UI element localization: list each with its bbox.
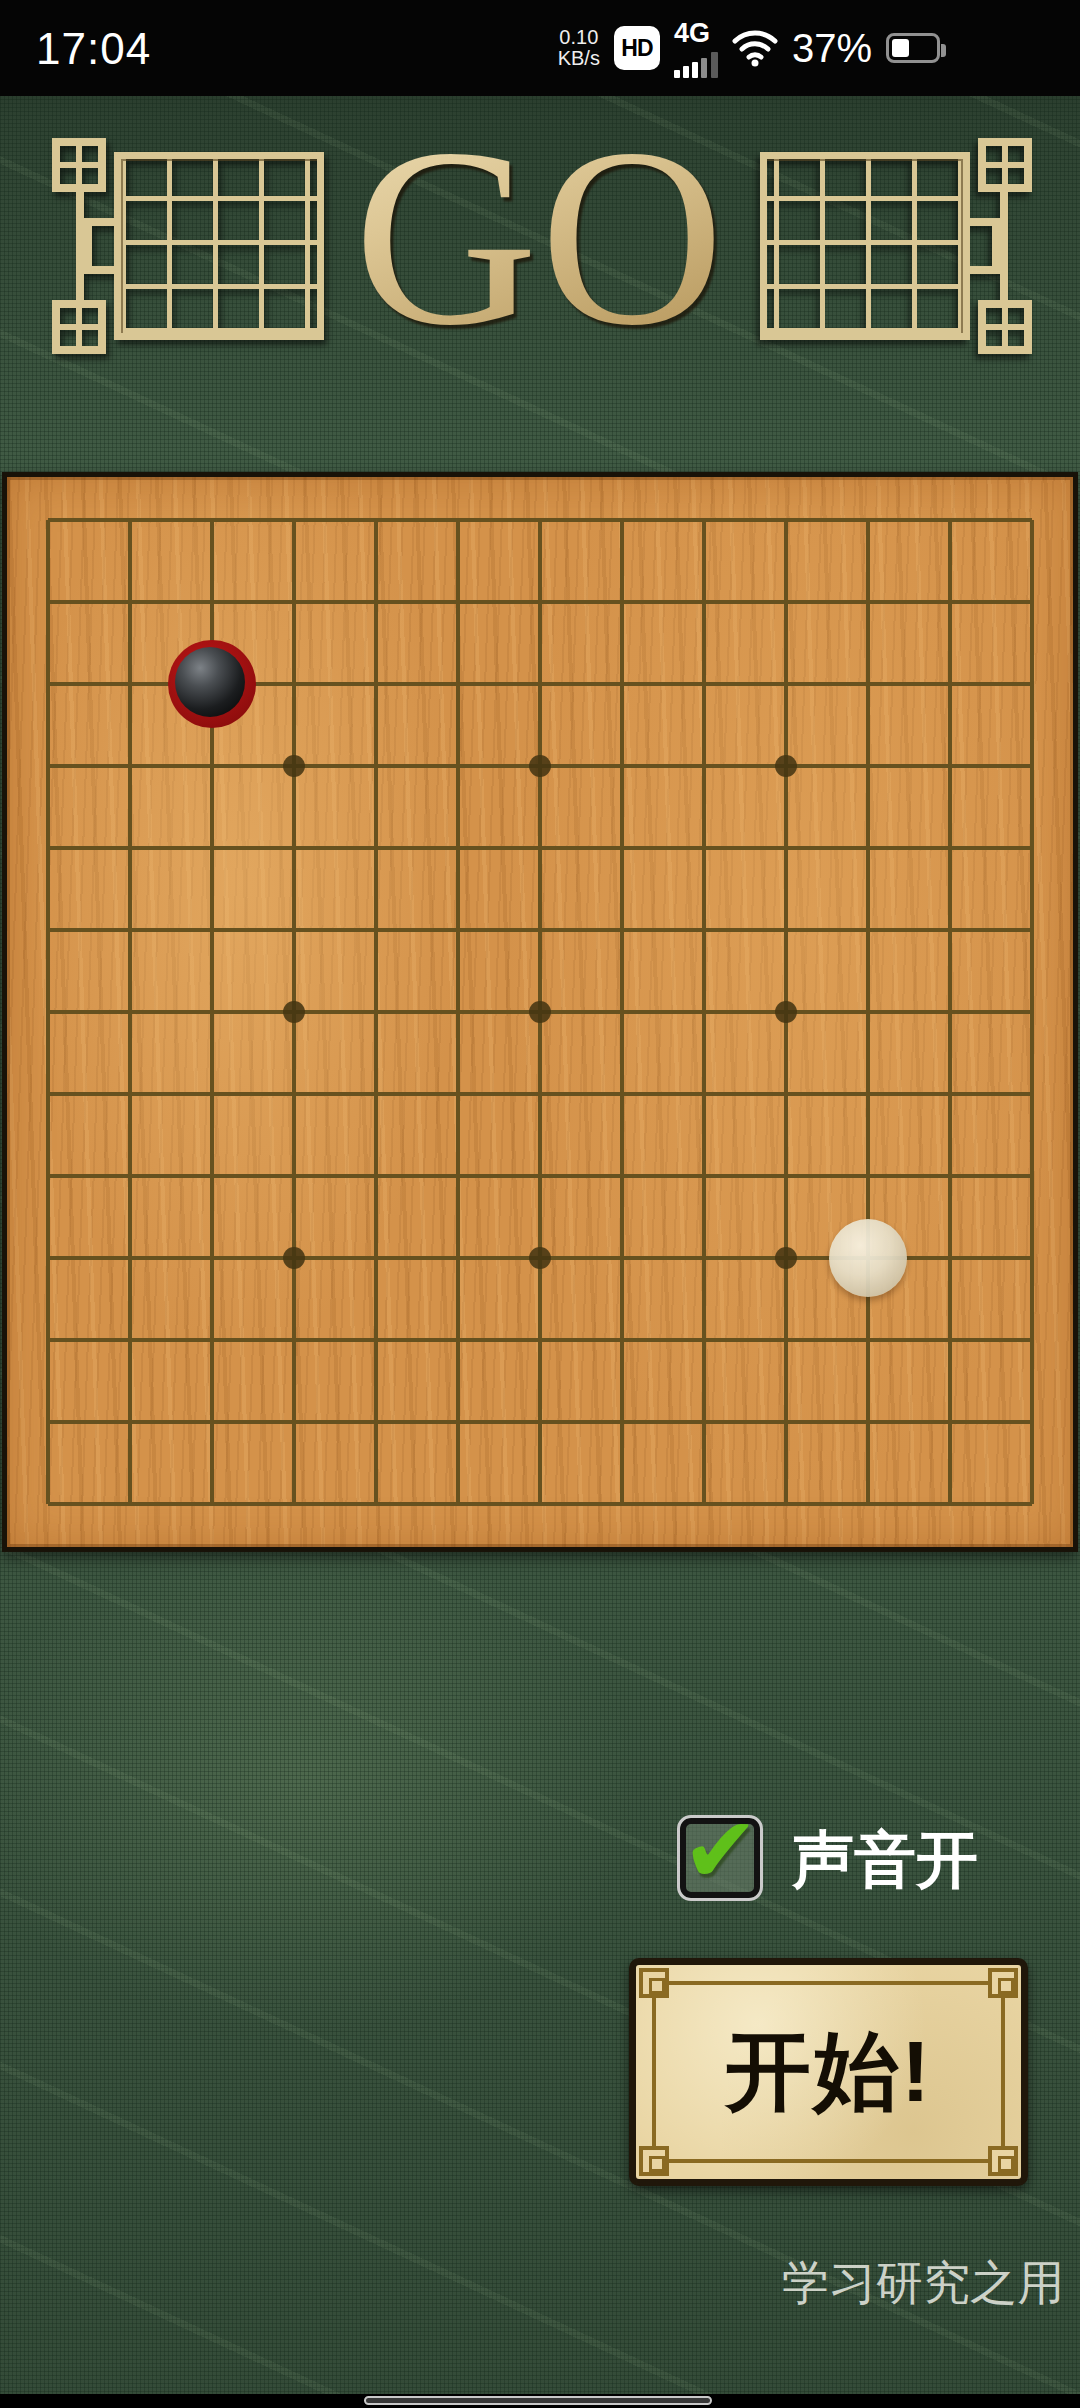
board-cell[interactable] [335, 1135, 417, 1217]
network-type-label: 4G [674, 18, 710, 49]
board-cell[interactable] [335, 561, 417, 643]
board-cell[interactable] [417, 1135, 499, 1217]
clock: 17:04 [36, 24, 151, 74]
board-cell[interactable] [89, 807, 171, 889]
board-cell[interactable] [89, 643, 171, 725]
signal-bars-icon [674, 58, 707, 78]
board-cell[interactable] [581, 889, 663, 971]
board-cell[interactable] [991, 1463, 1073, 1545]
board-cell[interactable] [171, 1135, 253, 1217]
star-point [283, 1247, 305, 1269]
board-cell[interactable] [7, 971, 89, 1053]
board-cell[interactable] [827, 807, 909, 889]
board-cell[interactable] [7, 1135, 89, 1217]
board-cell[interactable] [499, 1381, 581, 1463]
board-cell[interactable] [7, 1463, 89, 1545]
board-cell[interactable] [171, 1463, 253, 1545]
board-cell[interactable] [991, 971, 1073, 1053]
board-cell[interactable] [909, 725, 991, 807]
board-cell[interactable] [909, 971, 991, 1053]
board-cell[interactable] [909, 561, 991, 643]
board-cell[interactable] [335, 807, 417, 889]
board-cell[interactable] [253, 1217, 335, 1299]
go-board-grid [7, 479, 1073, 1545]
board-cell[interactable] [499, 1217, 581, 1299]
board-cell[interactable] [745, 1299, 827, 1381]
board-cell[interactable] [663, 1381, 745, 1463]
board-cell[interactable] [335, 1299, 417, 1381]
board-cell[interactable] [663, 643, 745, 725]
board-cell[interactable] [171, 1053, 253, 1135]
board-cell[interactable] [663, 889, 745, 971]
board-cell[interactable] [89, 1299, 171, 1381]
star-point [775, 755, 797, 777]
board-cell[interactable] [417, 561, 499, 643]
board-cell[interactable] [745, 1463, 827, 1545]
board-cell[interactable] [745, 725, 827, 807]
board-cell[interactable] [827, 889, 909, 971]
board-cell[interactable] [7, 561, 89, 643]
board-cell[interactable] [7, 643, 89, 725]
cellular-signal-icon: 4G [674, 18, 718, 78]
star-point [529, 1001, 551, 1023]
board-cell[interactable] [89, 1135, 171, 1217]
battery-icon [886, 33, 940, 63]
board-cell[interactable] [499, 889, 581, 971]
board-cell[interactable] [253, 643, 335, 725]
board-cell[interactable] [663, 971, 745, 1053]
battery-percent: 37% [792, 26, 872, 71]
board-cell[interactable] [7, 1217, 89, 1299]
board-cell[interactable] [335, 1463, 417, 1545]
board-cell[interactable] [253, 725, 335, 807]
board-cell[interactable] [7, 725, 89, 807]
board-cell[interactable] [171, 643, 253, 725]
board-cell[interactable] [89, 561, 171, 643]
board-cell[interactable] [417, 479, 499, 561]
board-cell[interactable] [581, 971, 663, 1053]
battery-cap [941, 44, 946, 57]
board-cell[interactable] [335, 889, 417, 971]
board-cell[interactable] [827, 1135, 909, 1217]
board-cell[interactable] [253, 889, 335, 971]
checkmark-icon: ✔ [682, 1804, 759, 1896]
board-cell[interactable] [991, 643, 1073, 725]
board-cell[interactable] [171, 889, 253, 971]
board-cell[interactable] [499, 561, 581, 643]
board-cell[interactable] [581, 561, 663, 643]
board-cell[interactable] [909, 643, 991, 725]
board-cell[interactable] [7, 807, 89, 889]
board-cell[interactable] [909, 1135, 991, 1217]
home-indicator[interactable] [364, 2396, 712, 2405]
app-title: GO [0, 110, 1080, 365]
board-cell[interactable] [499, 807, 581, 889]
board-cell[interactable] [663, 1135, 745, 1217]
board-cell[interactable] [991, 561, 1073, 643]
board-cell[interactable] [89, 971, 171, 1053]
board-cell[interactable] [827, 971, 909, 1053]
board-cell[interactable] [581, 1463, 663, 1545]
board-cell[interactable] [89, 1381, 171, 1463]
board-cell[interactable] [7, 1053, 89, 1135]
board-cell[interactable] [909, 1299, 991, 1381]
board-cell[interactable] [417, 1217, 499, 1299]
board-cell[interactable] [663, 479, 745, 561]
board-cell[interactable] [499, 1299, 581, 1381]
board-cell[interactable] [499, 725, 581, 807]
start-button[interactable]: 开始! [629, 1958, 1028, 2186]
board-cell[interactable] [991, 1217, 1073, 1299]
board-cell[interactable] [417, 889, 499, 971]
board-cell[interactable] [7, 1381, 89, 1463]
board-cell[interactable] [335, 643, 417, 725]
board-cell[interactable] [745, 1381, 827, 1463]
sound-checkbox[interactable]: ✔ [677, 1815, 763, 1901]
board-cell[interactable] [663, 1217, 745, 1299]
board-cell[interactable] [89, 725, 171, 807]
board-cell[interactable] [171, 1381, 253, 1463]
network-speed-unit: KB/s [558, 48, 600, 69]
board-cell[interactable] [7, 479, 89, 561]
board-cell[interactable] [499, 971, 581, 1053]
board-cell[interactable] [89, 479, 171, 561]
board-cell[interactable] [253, 1053, 335, 1135]
board-cell[interactable] [827, 1053, 909, 1135]
board-cell[interactable] [663, 1463, 745, 1545]
board-cell[interactable] [581, 1381, 663, 1463]
board-cell[interactable] [171, 1217, 253, 1299]
star-point [529, 755, 551, 777]
board-cell[interactable] [417, 971, 499, 1053]
board-cell[interactable] [499, 643, 581, 725]
board-cell[interactable] [417, 1053, 499, 1135]
board-cell[interactable] [581, 1299, 663, 1381]
board-cell[interactable] [581, 1217, 663, 1299]
status-bar: 17:04 0.10 KB/s HD 4G 37% [0, 0, 1080, 96]
white-stone [829, 1219, 907, 1297]
board-cell[interactable] [171, 1299, 253, 1381]
sound-checkbox-label[interactable]: 声音开 [792, 1815, 978, 1901]
go-board [2, 472, 1078, 1552]
board-cell[interactable] [663, 1053, 745, 1135]
board-cell[interactable] [827, 1217, 909, 1299]
board-cell[interactable] [171, 807, 253, 889]
board-cell[interactable] [171, 479, 253, 561]
start-button-label: 开始! [636, 1965, 1021, 2179]
board-cell[interactable] [499, 1053, 581, 1135]
board-cell[interactable] [417, 643, 499, 725]
credit-text: 学习研究之用 [782, 2252, 1064, 2315]
board-cell[interactable] [253, 971, 335, 1053]
board-cell[interactable] [991, 1299, 1073, 1381]
board-cell[interactable] [991, 889, 1073, 971]
star-point [529, 1247, 551, 1269]
board-cell[interactable] [745, 479, 827, 561]
board-cell[interactable] [663, 561, 745, 643]
board-cell[interactable] [991, 807, 1073, 889]
board-cell[interactable] [253, 1463, 335, 1545]
board-cell[interactable] [335, 1053, 417, 1135]
black-stone [175, 647, 245, 717]
board-cell[interactable] [417, 1463, 499, 1545]
board-cell[interactable] [827, 725, 909, 807]
board-cell[interactable] [991, 1381, 1073, 1463]
board-cell[interactable] [89, 889, 171, 971]
board-cell[interactable] [171, 725, 253, 807]
board-cell[interactable] [827, 1299, 909, 1381]
star-point [775, 1247, 797, 1269]
network-speed-value: 0.10 [558, 27, 600, 48]
board-cell[interactable] [745, 1217, 827, 1299]
board-cell[interactable] [253, 1381, 335, 1463]
board-cell[interactable] [827, 479, 909, 561]
board-cell[interactable] [499, 1463, 581, 1545]
board-cell[interactable] [335, 1217, 417, 1299]
network-speed: 0.10 KB/s [558, 27, 600, 69]
board-cell[interactable] [909, 479, 991, 561]
board-cell[interactable] [827, 1381, 909, 1463]
board-cell[interactable] [581, 807, 663, 889]
board-cell[interactable] [663, 807, 745, 889]
app-screen: 17:04 0.10 KB/s HD 4G 37% [0, 0, 1080, 2408]
board-cell[interactable] [335, 479, 417, 561]
board-cell[interactable] [745, 971, 827, 1053]
board-cell[interactable] [499, 1135, 581, 1217]
board-cell[interactable] [991, 1135, 1073, 1217]
board-cell[interactable] [909, 889, 991, 971]
board-cell[interactable] [663, 725, 745, 807]
board-cell[interactable] [581, 1135, 663, 1217]
board-cell[interactable] [909, 1217, 991, 1299]
board-cell[interactable] [171, 561, 253, 643]
board-cell[interactable] [335, 1381, 417, 1463]
board-cell[interactable] [909, 1053, 991, 1135]
board-cell[interactable] [253, 479, 335, 561]
board-cell[interactable] [745, 889, 827, 971]
star-point [283, 755, 305, 777]
board-cell[interactable] [991, 725, 1073, 807]
board-cell[interactable] [745, 1135, 827, 1217]
board-cell[interactable] [499, 479, 581, 561]
board-cell[interactable] [253, 1299, 335, 1381]
board-cell[interactable] [417, 1299, 499, 1381]
board-cell[interactable] [253, 561, 335, 643]
board-cell[interactable] [89, 1217, 171, 1299]
board-cell[interactable] [909, 1463, 991, 1545]
battery-fill [892, 39, 909, 57]
board-cell[interactable] [663, 1299, 745, 1381]
board-cell[interactable] [991, 479, 1073, 561]
board-cell[interactable] [827, 643, 909, 725]
board-cell[interactable] [335, 725, 417, 807]
board-cell[interactable] [417, 1381, 499, 1463]
board-cell[interactable] [89, 1463, 171, 1545]
wifi-icon [732, 29, 778, 67]
board-cell[interactable] [417, 807, 499, 889]
board-cell[interactable] [745, 643, 827, 725]
board-cell[interactable] [417, 725, 499, 807]
board-cell[interactable] [89, 1053, 171, 1135]
star-point [283, 1001, 305, 1023]
board-cell[interactable] [745, 1053, 827, 1135]
sim2-signal-icon [711, 52, 718, 78]
board-cell[interactable] [909, 1381, 991, 1463]
board-cell[interactable] [827, 1463, 909, 1545]
board-cell[interactable] [991, 1053, 1073, 1135]
hd-icon: HD [614, 26, 660, 70]
board-cell[interactable] [253, 807, 335, 889]
board-cell[interactable] [581, 479, 663, 561]
board-cell[interactable] [745, 561, 827, 643]
navigation-strip [0, 2394, 1080, 2408]
board-cell[interactable] [909, 807, 991, 889]
board-cell[interactable] [7, 1299, 89, 1381]
board-cell[interactable] [7, 889, 89, 971]
status-icons: 0.10 KB/s HD 4G 37% [558, 0, 940, 96]
board-cell[interactable] [581, 643, 663, 725]
board-cell[interactable] [745, 807, 827, 889]
board-cell[interactable] [171, 971, 253, 1053]
board-cell[interactable] [581, 1053, 663, 1135]
star-point [775, 1001, 797, 1023]
board-cell[interactable] [581, 725, 663, 807]
board-cell[interactable] [335, 971, 417, 1053]
board-cell[interactable] [253, 1135, 335, 1217]
board-cell[interactable] [827, 561, 909, 643]
